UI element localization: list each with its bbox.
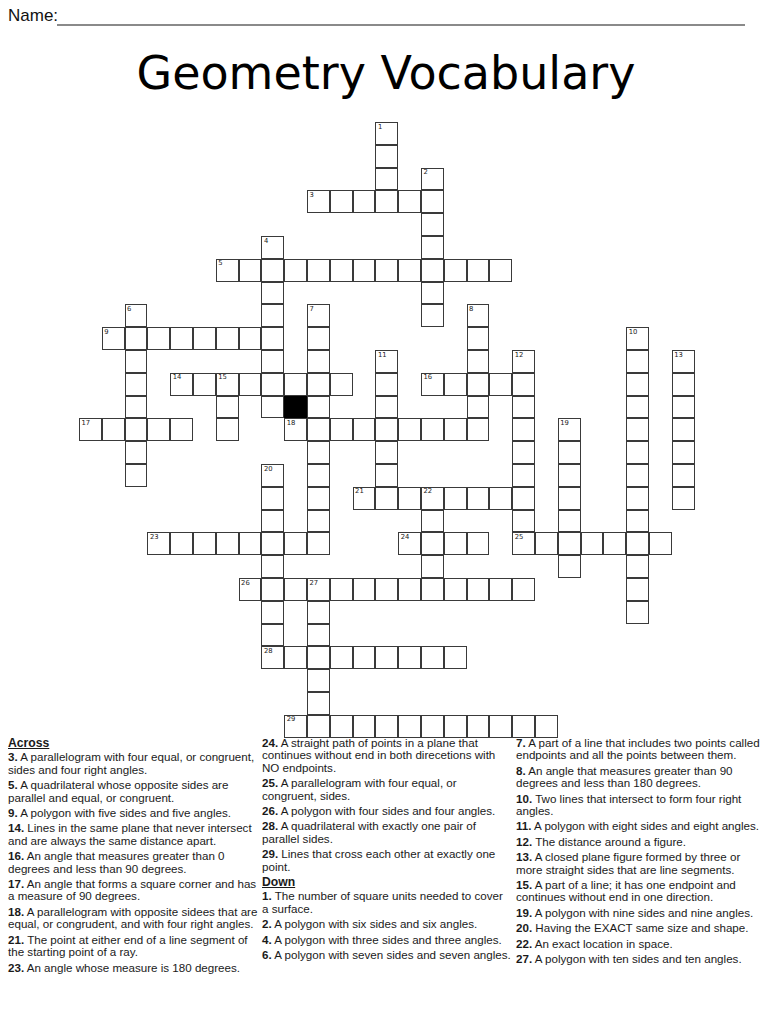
grid-cell[interactable]: 16 (421, 373, 444, 396)
clue-number: 10. (516, 792, 532, 805)
clue-number: 24. (262, 736, 278, 749)
grid-cell[interactable] (512, 396, 535, 419)
grid-cell[interactable] (512, 715, 535, 738)
grid-cell[interactable] (467, 578, 490, 601)
grid-cell[interactable]: 25 (512, 532, 535, 555)
grid-cell[interactable] (421, 190, 444, 213)
grid-cell[interactable] (261, 327, 284, 350)
grid-cell[interactable] (353, 259, 376, 282)
grid-cell[interactable] (512, 510, 535, 533)
grid-cell[interactable] (421, 304, 444, 327)
grid-cell[interactable] (444, 418, 467, 441)
grid-cell[interactable] (489, 715, 512, 738)
grid-cell[interactable] (353, 418, 376, 441)
grid-cell[interactable] (444, 578, 467, 601)
grid-cell[interactable] (307, 715, 330, 738)
grid-cell[interactable] (375, 441, 398, 464)
clue-number: 26. (262, 804, 278, 817)
grid-cell[interactable] (307, 646, 330, 669)
grid-cell[interactable] (421, 236, 444, 259)
clue-number: 13. (516, 850, 532, 863)
grid-cell[interactable]: 29 (284, 715, 307, 738)
grid-cell[interactable] (216, 327, 239, 350)
grid-cell[interactable] (125, 396, 148, 419)
clue-1-down: 1. The number of square units needed to … (262, 890, 512, 915)
grid-cell[interactable] (193, 532, 216, 555)
clue-15-down: 15. A part of a line; it has one endpoin… (516, 879, 768, 904)
grid-cell[interactable]: 9 (102, 327, 125, 350)
grid-cell[interactable] (672, 396, 695, 419)
clue-text: A straight path of points in a plane tha… (262, 736, 495, 774)
grid-cell[interactable] (239, 532, 262, 555)
clue-29-across: 29. Lines that cross each other at exact… (262, 848, 512, 873)
grid-cell[interactable]: 28 (261, 646, 284, 669)
cell-number: 29 (287, 716, 296, 723)
clue-text: The distance around a figure. (532, 835, 686, 848)
grid-cell[interactable] (170, 532, 193, 555)
clue-text: An angle whose measure is 180 degrees. (24, 961, 240, 974)
cell-number: 10 (629, 329, 638, 336)
cell-number: 9 (104, 329, 108, 336)
page-title: Geometry Vocabulary (0, 46, 772, 100)
cell-number: 15 (218, 374, 227, 381)
grid-cell[interactable] (147, 327, 170, 350)
grid-cell[interactable] (125, 350, 148, 373)
grid-cell[interactable] (398, 646, 421, 669)
cell-number: 28 (264, 648, 273, 655)
grid-cell[interactable] (398, 190, 421, 213)
clue-text: A polygon with ten sides and ten angles. (532, 952, 741, 965)
grid-cell[interactable]: 12 (512, 350, 535, 373)
clue-number: 25. (262, 776, 278, 789)
grid-cell[interactable] (398, 578, 421, 601)
cell-number: 23 (150, 534, 159, 541)
grid-cell[interactable] (672, 373, 695, 396)
grid-cell[interactable]: 1 (375, 122, 398, 145)
grid-cell[interactable] (672, 464, 695, 487)
clue-column-left: Across3. A parallelogram with four equal… (8, 737, 258, 977)
grid-cell[interactable] (581, 532, 604, 555)
grid-cell[interactable] (672, 487, 695, 510)
grid-cell[interactable] (421, 510, 444, 533)
grid-cell[interactable] (125, 464, 148, 487)
grid-cell[interactable] (489, 487, 512, 510)
cell-number: 8 (469, 306, 473, 313)
grid-cell[interactable] (284, 646, 307, 669)
grid-cell[interactable] (626, 464, 649, 487)
grid-cell[interactable] (444, 373, 467, 396)
clue-number: 4. (262, 933, 272, 946)
grid-cell[interactable] (330, 578, 353, 601)
clue-4-down: 4. A polygon with three sides and three … (262, 934, 512, 946)
grid-cell[interactable] (261, 259, 284, 282)
grid-cell[interactable] (353, 646, 376, 669)
clue-number: 9. (8, 806, 18, 819)
grid-cell[interactable] (375, 487, 398, 510)
clue-number: 7. (516, 736, 526, 749)
grid-cell[interactable] (261, 350, 284, 373)
clue-number: 15. (516, 878, 532, 891)
clue-7-down: 7. A part of a line that includes two po… (516, 737, 768, 762)
cell-number: 2 (424, 169, 428, 176)
grid-cell[interactable] (512, 464, 535, 487)
grid-cell[interactable] (558, 555, 581, 578)
grid-cell[interactable] (626, 418, 649, 441)
clue-text: Lines in the same plane that never inter… (8, 821, 252, 846)
grid-cell[interactable]: 21 (353, 487, 376, 510)
grid-cell[interactable] (102, 418, 125, 441)
grid-cell[interactable] (626, 532, 649, 555)
grid-cell[interactable] (444, 487, 467, 510)
grid-cell[interactable] (216, 532, 239, 555)
grid-cell[interactable] (672, 441, 695, 464)
grid-cell[interactable] (375, 464, 398, 487)
grid-cell[interactable] (398, 259, 421, 282)
clue-22-down: 22. An exact location in space. (516, 938, 768, 950)
grid-cell[interactable]: 2 (421, 168, 444, 191)
clue-text: A part of a line that includes two point… (516, 736, 760, 761)
grid-cell[interactable] (307, 624, 330, 647)
cell-number: 16 (424, 374, 433, 381)
clue-text: A polygon with eight sides and eight ang… (531, 819, 759, 832)
grid-cell[interactable] (467, 373, 490, 396)
grid-cell[interactable] (421, 259, 444, 282)
cell-number: 6 (127, 306, 131, 313)
grid-cell[interactable] (216, 396, 239, 419)
grid-cell[interactable] (558, 441, 581, 464)
clue-number: 29. (262, 847, 278, 860)
grid-cell[interactable] (421, 555, 444, 578)
grid-cell[interactable] (307, 418, 330, 441)
grid-cell[interactable]: 18 (284, 418, 307, 441)
crossword-grid: 3591415161718212223242526272829124678101… (79, 122, 695, 738)
grid-cell[interactable] (558, 510, 581, 533)
clue-number: 18. (8, 905, 24, 918)
clue-text: A polygon with seven sides and seven ang… (272, 948, 511, 961)
grid-cell[interactable] (421, 532, 444, 555)
grid-cell[interactable] (307, 510, 330, 533)
grid-cell[interactable] (307, 692, 330, 715)
clue-14-across: 14. Lines in the same plane that never i… (8, 822, 258, 847)
grid-cell[interactable] (421, 715, 444, 738)
grid-cell[interactable] (421, 418, 444, 441)
grid-cell[interactable] (672, 418, 695, 441)
grid-cell[interactable] (307, 441, 330, 464)
cell-number: 27 (310, 580, 319, 587)
grid-cell[interactable] (261, 555, 284, 578)
grid-cell[interactable] (330, 373, 353, 396)
cell-number: 3 (310, 192, 314, 199)
clue-number: 27. (516, 952, 532, 965)
clue-number: 5. (8, 778, 18, 791)
grid-cell[interactable] (170, 327, 193, 350)
grid-cell[interactable]: 27 (307, 578, 330, 601)
grid-cell[interactable] (512, 373, 535, 396)
grid-cell[interactable] (125, 373, 148, 396)
grid-cell[interactable] (261, 304, 284, 327)
grid-cell[interactable] (353, 190, 376, 213)
grid-cell[interactable] (284, 373, 307, 396)
clue-text: An angle that forms a square corner and … (8, 877, 256, 902)
grid-cell[interactable] (216, 418, 239, 441)
grid-cell[interactable] (307, 327, 330, 350)
clue-number: 14. (8, 821, 24, 834)
grid-cell[interactable] (261, 510, 284, 533)
clue-18-across: 18. A parallelogram with opposite sidees… (8, 906, 258, 931)
grid-cell[interactable] (626, 350, 649, 373)
grid-cell[interactable] (307, 487, 330, 510)
grid-cell[interactable] (307, 464, 330, 487)
cell-number: 5 (218, 260, 222, 267)
grid-cell[interactable] (421, 646, 444, 669)
grid-cell[interactable] (626, 555, 649, 578)
clue-26-across: 26. A polygon with four sides and four a… (262, 805, 512, 817)
grid-cell[interactable] (512, 441, 535, 464)
grid-cell[interactable]: 4 (261, 236, 284, 259)
clue-number: 16. (8, 849, 24, 862)
grid-cell[interactable] (193, 327, 216, 350)
grid-cell[interactable] (626, 373, 649, 396)
grid-cell[interactable]: 24 (398, 532, 421, 555)
grid-cell[interactable] (489, 373, 512, 396)
grid-cell[interactable] (467, 327, 490, 350)
grid-cell[interactable] (467, 418, 490, 441)
down-header: Down (262, 876, 512, 888)
clue-number: 12. (516, 835, 532, 848)
grid-cell[interactable] (444, 259, 467, 282)
grid-cell[interactable] (467, 259, 490, 282)
grid-cell[interactable] (626, 601, 649, 624)
grid-cell[interactable] (512, 487, 535, 510)
grid-cell[interactable] (375, 168, 398, 191)
clue-number: 2. (262, 917, 272, 930)
clue-5-across: 5. A quadrilateral whose opposite sides … (8, 779, 258, 804)
grid-cell[interactable]: 5 (216, 259, 239, 282)
clue-3-across: 3. A parallelogram with four equal, or c… (8, 751, 258, 776)
cell-number: 19 (560, 420, 569, 427)
grid-cell[interactable] (261, 282, 284, 305)
grid-cell[interactable] (467, 487, 490, 510)
grid-cell[interactable] (330, 715, 353, 738)
grid-cell[interactable] (467, 350, 490, 373)
clue-24-across: 24. A straight path of points in a plane… (262, 737, 512, 774)
grid-cell[interactable] (626, 441, 649, 464)
grid-cell[interactable] (353, 715, 376, 738)
grid-cell[interactable] (626, 578, 649, 601)
grid-cell[interactable] (467, 396, 490, 419)
grid-cell[interactable] (125, 441, 148, 464)
clue-text: The point at either end of a line segmen… (8, 933, 248, 958)
grid-cell[interactable] (353, 578, 376, 601)
clue-text: A parallelogram with opposite sidees tha… (8, 905, 257, 930)
grid-cell[interactable] (261, 373, 284, 396)
clue-number: 19. (516, 906, 532, 919)
grid-cell[interactable] (375, 373, 398, 396)
grid-cell[interactable] (125, 327, 148, 350)
grid-cell[interactable]: 8 (467, 304, 490, 327)
cell-number: 12 (515, 352, 524, 359)
clue-25-across: 25. A parallelogram with four equal, or … (262, 777, 512, 802)
grid-cell[interactable] (626, 396, 649, 419)
grid-cell[interactable] (375, 578, 398, 601)
grid-cell[interactable]: 7 (307, 304, 330, 327)
grid-cell[interactable] (284, 578, 307, 601)
grid-cell[interactable] (444, 646, 467, 669)
clue-text: A closed plane figure formed by three or… (516, 850, 740, 875)
clue-text: A parallelogram with four equal, or cong… (262, 776, 457, 801)
grid-cell[interactable] (558, 464, 581, 487)
clue-21-across: 21. The point at either end of a line se… (8, 934, 258, 959)
grid-cell[interactable] (193, 373, 216, 396)
grid-cell[interactable]: 15 (216, 373, 239, 396)
clue-text: A polygon with nine sides and nine angle… (532, 906, 753, 919)
grid-cell[interactable]: 13 (672, 350, 695, 373)
grid-cell[interactable]: 6 (125, 304, 148, 327)
clue-number: 20. (516, 921, 532, 934)
cell-number: 14 (173, 374, 182, 381)
cell-number: 4 (264, 238, 268, 245)
grid-cell[interactable]: 3 (307, 190, 330, 213)
grid-cell[interactable]: 22 (421, 487, 444, 510)
clue-number: 3. (8, 750, 18, 763)
grid-cell[interactable] (398, 715, 421, 738)
clue-23-across: 23. An angle whose measure is 180 degree… (8, 962, 258, 974)
name-label: Name: (8, 6, 58, 26)
grid-cell[interactable] (307, 532, 330, 555)
grid-cell[interactable]: 14 (170, 373, 193, 396)
cell-number: 13 (674, 352, 683, 359)
grid-cell[interactable] (261, 487, 284, 510)
grid-cell[interactable] (535, 532, 558, 555)
grid-cell[interactable] (147, 418, 170, 441)
grid-cell[interactable] (467, 532, 490, 555)
black-cell (284, 396, 307, 419)
grid-cell[interactable] (239, 259, 262, 282)
grid-cell[interactable] (375, 396, 398, 419)
grid-cell[interactable] (170, 418, 193, 441)
cell-number: 11 (378, 352, 387, 359)
clue-column-right: 7. A part of a line that includes two po… (516, 737, 768, 969)
grid-cell[interactable] (558, 532, 581, 555)
grid-cell[interactable] (284, 532, 307, 555)
grid-cell[interactable] (489, 259, 512, 282)
grid-cell[interactable] (330, 646, 353, 669)
grid-cell[interactable] (261, 624, 284, 647)
grid-cell[interactable] (375, 259, 398, 282)
grid-cell[interactable] (398, 418, 421, 441)
grid-cell[interactable] (307, 259, 330, 282)
grid-cell[interactable] (626, 487, 649, 510)
grid-cell[interactable] (261, 601, 284, 624)
grid-cell[interactable] (307, 396, 330, 419)
grid-cell[interactable] (239, 327, 262, 350)
grid-cell[interactable] (398, 487, 421, 510)
grid-cell[interactable]: 17 (79, 418, 102, 441)
grid-cell[interactable] (261, 578, 284, 601)
grid-cell[interactable] (330, 190, 353, 213)
cell-number: 20 (264, 466, 273, 473)
grid-cell[interactable]: 20 (261, 464, 284, 487)
grid-cell[interactable] (375, 715, 398, 738)
clue-text: A quadrilateral with exactly one pair of… (262, 819, 476, 844)
grid-cell[interactable] (421, 282, 444, 305)
grid-cell[interactable]: 19 (558, 418, 581, 441)
grid-cell[interactable] (307, 601, 330, 624)
clue-number: 22. (516, 937, 532, 950)
grid-cell[interactable] (375, 646, 398, 669)
grid-cell[interactable] (512, 578, 535, 601)
clue-16-across: 16. An angle that measures greater than … (8, 850, 258, 875)
clue-19-down: 19. A polygon with nine sides and nine a… (516, 907, 768, 919)
clue-column-middle: 24. A straight path of points in a plane… (262, 737, 512, 965)
grid-cell[interactable] (558, 487, 581, 510)
clue-13-down: 13. A closed plane figure formed by thre… (516, 851, 768, 876)
clue-text: Two lines that intersect to form four ri… (516, 792, 741, 817)
grid-cell[interactable]: 11 (375, 350, 398, 373)
grid-cell[interactable] (375, 418, 398, 441)
grid-cell[interactable] (649, 532, 672, 555)
grid-cell[interactable] (307, 373, 330, 396)
across-header: Across (8, 737, 258, 749)
grid-cell[interactable] (125, 418, 148, 441)
cell-number: 24 (401, 534, 410, 541)
grid-cell[interactable] (444, 532, 467, 555)
grid-cell[interactable] (603, 532, 626, 555)
clue-10-down: 10. Two lines that intersect to form fou… (516, 793, 768, 818)
grid-cell[interactable] (535, 715, 558, 738)
clue-text: A parallelogram with four equal, or cong… (8, 750, 254, 775)
grid-cell[interactable]: 23 (147, 532, 170, 555)
clue-number: 11. (516, 819, 531, 832)
cell-number: 21 (355, 488, 364, 495)
grid-cell[interactable] (284, 259, 307, 282)
grid-cell[interactable] (261, 532, 284, 555)
grid-cell[interactable] (307, 350, 330, 373)
clue-number: 6. (262, 948, 272, 961)
clue-text: An exact location in space. (532, 937, 673, 950)
grid-cell[interactable] (489, 578, 512, 601)
clue-20-down: 20. Having the EXACT same size and shape… (516, 922, 768, 934)
cell-number: 1 (378, 124, 382, 131)
clue-2-down: 2. A polygon with six sides and six angl… (262, 918, 512, 930)
clue-27-down: 27. A polygon with ten sides and ten ang… (516, 953, 768, 965)
worksheet-page: Name: Geometry Vocabulary 35914151617182… (0, 0, 772, 1024)
grid-cell[interactable] (421, 213, 444, 236)
grid-cell[interactable] (512, 418, 535, 441)
grid-cell[interactable] (330, 418, 353, 441)
grid-cell[interactable] (421, 578, 444, 601)
grid-cell[interactable] (239, 373, 262, 396)
grid-cell[interactable] (330, 259, 353, 282)
grid-cell[interactable]: 10 (626, 327, 649, 350)
grid-cell[interactable] (444, 715, 467, 738)
grid-cell[interactable]: 26 (239, 578, 262, 601)
clue-28-across: 28. A quadrilateral with exactly one pai… (262, 820, 512, 845)
clue-text: The number of square units needed to cov… (262, 889, 503, 914)
grid-cell[interactable] (626, 510, 649, 533)
grid-cell[interactable] (261, 396, 284, 419)
grid-cell[interactable] (375, 190, 398, 213)
clue-9-across: 9. A polygon with five sides and five an… (8, 807, 258, 819)
clue-number: 8. (516, 764, 526, 777)
grid-cell[interactable] (467, 715, 490, 738)
grid-cell[interactable] (375, 145, 398, 168)
grid-cell[interactable] (307, 669, 330, 692)
cell-number: 7 (310, 306, 314, 313)
clue-number: 23. (8, 961, 24, 974)
clue-11-down: 11. A polygon with eight sides and eight… (516, 820, 768, 832)
clue-17-across: 17. An angle that forms a square corner … (8, 878, 258, 903)
